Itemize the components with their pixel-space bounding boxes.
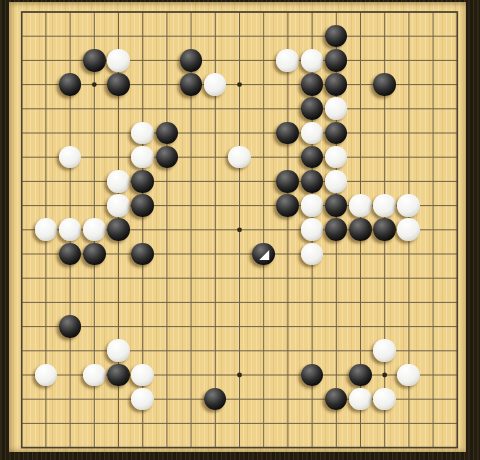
white-stone bbox=[35, 218, 58, 241]
black-stone bbox=[349, 364, 372, 387]
white-stone bbox=[107, 49, 130, 72]
black-stone bbox=[83, 49, 106, 72]
white-stone bbox=[349, 194, 372, 217]
black-stone bbox=[325, 218, 348, 241]
white-stone bbox=[373, 194, 396, 217]
black-stone bbox=[325, 122, 348, 145]
black-stone bbox=[107, 73, 130, 96]
black-stone bbox=[373, 73, 396, 96]
white-stone bbox=[83, 218, 106, 241]
white-stone bbox=[301, 218, 324, 241]
white-stone bbox=[131, 364, 154, 387]
white-stone bbox=[131, 146, 154, 169]
black-stone bbox=[107, 364, 130, 387]
black-stone bbox=[83, 243, 106, 266]
white-stone bbox=[325, 146, 348, 169]
black-stone bbox=[301, 364, 324, 387]
black-stone bbox=[276, 170, 299, 193]
black-stone bbox=[349, 218, 372, 241]
white-stone bbox=[59, 218, 82, 241]
white-stone bbox=[131, 388, 154, 411]
white-stone bbox=[301, 49, 324, 72]
go-board[interactable] bbox=[9, 2, 466, 452]
black-stone bbox=[325, 25, 348, 48]
white-stone bbox=[107, 339, 130, 362]
white-stone bbox=[349, 388, 372, 411]
black-stone bbox=[325, 194, 348, 217]
white-stone bbox=[107, 170, 130, 193]
last-move-marker bbox=[258, 248, 271, 261]
white-stone bbox=[325, 170, 348, 193]
black-stone bbox=[131, 243, 154, 266]
black-stone bbox=[276, 122, 299, 145]
white-stone bbox=[107, 194, 130, 217]
black-stone bbox=[107, 218, 130, 241]
white-stone bbox=[397, 194, 420, 217]
black-stone bbox=[180, 49, 203, 72]
white-stone bbox=[301, 122, 324, 145]
black-stone bbox=[301, 73, 324, 96]
white-stone bbox=[397, 364, 420, 387]
white-stone bbox=[228, 146, 251, 169]
black-stone bbox=[325, 49, 348, 72]
white-stone bbox=[325, 97, 348, 120]
white-stone bbox=[204, 73, 227, 96]
black-stone bbox=[204, 388, 227, 411]
white-stone bbox=[83, 364, 106, 387]
white-stone bbox=[301, 194, 324, 217]
white-stone bbox=[373, 339, 396, 362]
black-stone bbox=[180, 73, 203, 96]
black-stone bbox=[59, 73, 82, 96]
black-stone bbox=[301, 146, 324, 169]
white-stone bbox=[373, 388, 396, 411]
black-stone bbox=[301, 170, 324, 193]
white-stone bbox=[276, 49, 299, 72]
black-stone bbox=[325, 73, 348, 96]
black-stone bbox=[301, 97, 324, 120]
white-stone bbox=[301, 243, 324, 266]
black-stone bbox=[156, 122, 179, 145]
black-stone bbox=[325, 388, 348, 411]
black-stone bbox=[276, 194, 299, 217]
stone-grid bbox=[10, 0, 470, 459]
white-stone bbox=[59, 146, 82, 169]
black-stone bbox=[373, 218, 396, 241]
black-stone bbox=[156, 146, 179, 169]
white-stone bbox=[397, 218, 420, 241]
white-stone bbox=[35, 364, 58, 387]
black-stone bbox=[131, 194, 154, 217]
goban-frame bbox=[0, 0, 480, 460]
white-stone bbox=[131, 122, 154, 145]
black-stone bbox=[131, 170, 154, 193]
black-stone bbox=[59, 315, 82, 338]
black-stone bbox=[252, 243, 275, 266]
black-stone bbox=[59, 243, 82, 266]
